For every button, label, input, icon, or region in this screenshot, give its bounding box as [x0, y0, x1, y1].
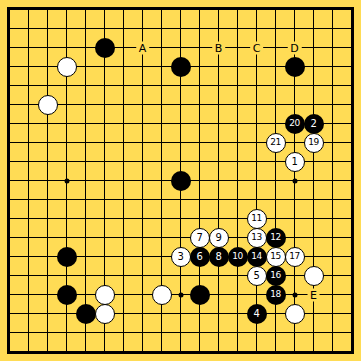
grid-line-vertical: [218, 9, 219, 352]
move-17-white-stone: 17: [285, 247, 305, 267]
star-point: [64, 178, 69, 183]
grid-line-vertical: [256, 9, 257, 352]
move-number: 8: [216, 252, 222, 262]
board-label-A: A: [136, 41, 150, 54]
move-14-black-stone: 14: [247, 247, 267, 267]
move-number: 4: [254, 309, 260, 319]
grid-line-horizontal: [9, 218, 352, 219]
move-11-white-stone: 11: [247, 209, 267, 229]
star-point: [292, 178, 297, 183]
grid-line-vertical: [351, 9, 352, 352]
move-number: 1: [292, 157, 298, 167]
move-number: 5: [254, 271, 260, 281]
grid-line-horizontal: [9, 275, 352, 276]
grid-line-vertical: [332, 9, 333, 352]
white-stone: [285, 304, 305, 324]
black-stone: [171, 171, 191, 191]
move-4-black-stone: 4: [247, 304, 267, 324]
move-7-white-stone: 7: [190, 228, 210, 248]
move-13-white-stone: 13: [247, 228, 267, 248]
black-stone: [171, 57, 191, 77]
black-stone: [57, 247, 77, 267]
move-5-white-stone: 5: [247, 266, 267, 286]
move-number: 17: [289, 252, 299, 261]
move-number: 6: [197, 252, 203, 262]
grid-line-horizontal: [9, 351, 352, 352]
black-stone: [76, 304, 96, 324]
grid-line-vertical: [237, 9, 238, 352]
move-number: 10: [232, 252, 242, 261]
move-16-black-stone: 16: [266, 266, 286, 286]
board-label-D: D: [287, 41, 301, 54]
move-2-black-stone: 2: [304, 114, 324, 134]
move-number: 13: [251, 233, 261, 242]
move-number: 16: [270, 271, 280, 280]
white-stone: [57, 57, 77, 77]
black-stone: [95, 38, 115, 58]
move-15-white-stone: 15: [266, 247, 286, 267]
move-number: 20: [289, 119, 299, 128]
black-stone: [57, 285, 77, 305]
grid-line-horizontal: [9, 332, 352, 333]
move-number: 15: [270, 252, 280, 261]
grid-line-horizontal: [9, 237, 352, 238]
move-8-black-stone: 8: [209, 247, 229, 267]
black-stone: [285, 57, 305, 77]
star-point: [178, 292, 183, 297]
move-6-black-stone: 6: [190, 247, 210, 267]
move-19-white-stone: 19: [304, 133, 324, 153]
go-board[interactable]: ABCDE202211911179131236810141517516184: [0, 0, 361, 361]
move-10-black-stone: 10: [228, 247, 248, 267]
white-stone: [95, 285, 115, 305]
move-9-white-stone: 9: [209, 228, 229, 248]
white-stone: [38, 95, 58, 115]
move-number: 3: [178, 252, 184, 262]
star-point: [292, 292, 297, 297]
grid-line-horizontal: [9, 199, 352, 200]
white-stone: [304, 266, 324, 286]
move-number: 21: [270, 138, 280, 147]
move-number: 2: [311, 119, 317, 129]
move-1-white-stone: 1: [285, 152, 305, 172]
move-3-white-stone: 3: [171, 247, 191, 267]
move-number: 7: [197, 233, 203, 243]
move-number: 12: [270, 233, 280, 242]
board-label-B: B: [212, 41, 226, 54]
move-20-black-stone: 20: [285, 114, 305, 134]
move-21-white-stone: 21: [266, 133, 286, 153]
move-number: 19: [308, 138, 318, 147]
move-number: 14: [251, 252, 261, 261]
move-number: 11: [251, 214, 261, 223]
white-stone: [95, 304, 115, 324]
move-number: 9: [216, 233, 222, 243]
board-label-C: C: [250, 41, 264, 54]
move-12-black-stone: 12: [266, 228, 286, 248]
move-number: 18: [270, 290, 280, 299]
white-stone: [152, 285, 172, 305]
board-label-E: E: [307, 288, 320, 301]
black-stone: [190, 285, 210, 305]
move-18-black-stone: 18: [266, 285, 286, 305]
